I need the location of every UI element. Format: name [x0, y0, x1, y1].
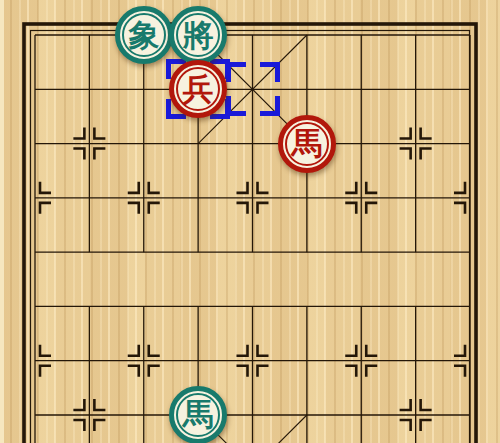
piece-red-soldier[interactable]: 兵 — [169, 60, 227, 118]
piece-character: 將 — [183, 20, 214, 51]
piece-black-general[interactable]: 將 — [169, 6, 227, 64]
selection-corner-icon — [260, 96, 280, 116]
selection-corner-icon — [260, 62, 280, 82]
xiangqi-board[interactable]: 象將兵馬馬 — [0, 0, 500, 443]
piece-red-horse[interactable]: 馬 — [278, 115, 336, 173]
piece-character: 馬 — [291, 128, 322, 159]
selection-corner-icon — [226, 62, 246, 82]
selection-box-e1 — [226, 62, 280, 116]
piece-character: 象 — [128, 20, 159, 51]
selection-corner-icon — [226, 96, 246, 116]
piece-black-elephant[interactable]: 象 — [115, 6, 173, 64]
piece-black-horse[interactable]: 馬 — [169, 386, 227, 443]
piece-character: 馬 — [183, 399, 214, 430]
piece-character: 兵 — [183, 74, 214, 105]
